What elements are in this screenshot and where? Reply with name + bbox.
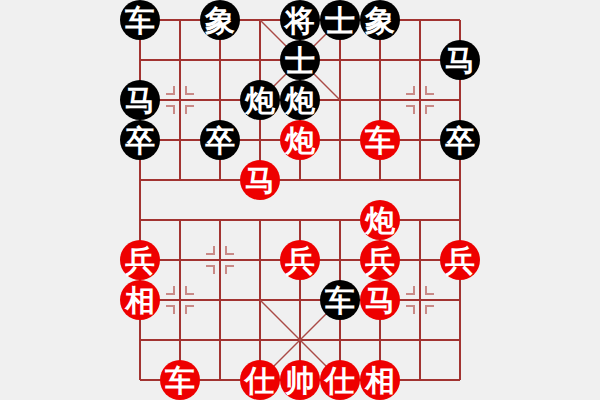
marker-corner	[425, 286, 434, 295]
marker-corner	[206, 246, 215, 255]
marker-corner	[166, 286, 175, 295]
piece-layer: 车象将士象士马马炮炮卒卒炮车卒马炮兵兵兵兵相车马车仕帅仕相	[120, 0, 480, 400]
marker-corner	[185, 105, 194, 114]
piece-black-elephant[interactable]: 象	[200, 0, 240, 40]
piece-black-chariot[interactable]: 车	[120, 0, 160, 40]
piece-red-soldier[interactable]: 兵	[280, 240, 320, 280]
marker-corner	[406, 105, 415, 114]
piece-red-horse[interactable]: 马	[240, 160, 280, 200]
piece-black-soldier[interactable]: 卒	[440, 120, 480, 160]
piece-red-chariot[interactable]: 车	[360, 120, 400, 160]
piece-black-general[interactable]: 将	[280, 0, 320, 40]
piece-red-advisor[interactable]: 仕	[320, 360, 360, 400]
marker-corner	[166, 305, 175, 314]
piece-red-chariot[interactable]: 车	[160, 360, 200, 400]
piece-black-advisor[interactable]: 士	[320, 0, 360, 40]
piece-red-advisor[interactable]: 仕	[240, 360, 280, 400]
point-marker	[206, 246, 234, 274]
marker-corner	[425, 86, 434, 95]
piece-black-elephant[interactable]: 象	[360, 0, 400, 40]
marker-corner	[425, 305, 434, 314]
marker-corner	[166, 86, 175, 95]
piece-black-advisor[interactable]: 士	[280, 40, 320, 80]
marker-corner	[185, 86, 194, 95]
marker-corner	[185, 286, 194, 295]
marker-corner	[406, 286, 415, 295]
piece-red-elephant[interactable]: 相	[360, 360, 400, 400]
point-marker	[166, 86, 194, 114]
piece-black-cannon[interactable]: 炮	[280, 80, 320, 120]
marker-corner	[406, 86, 415, 95]
piece-black-cannon[interactable]: 炮	[240, 80, 280, 120]
xiangqi-board: 车象将士象士马马炮炮卒卒炮车卒马炮兵兵兵兵相车马车仕帅仕相	[0, 0, 600, 400]
piece-black-horse[interactable]: 马	[440, 40, 480, 80]
piece-red-cannon[interactable]: 炮	[280, 120, 320, 160]
piece-black-soldier[interactable]: 卒	[200, 120, 240, 160]
piece-black-chariot[interactable]: 车	[320, 280, 360, 320]
point-marker	[406, 286, 434, 314]
piece-red-elephant[interactable]: 相	[120, 280, 160, 320]
piece-red-soldier[interactable]: 兵	[120, 240, 160, 280]
piece-red-soldier[interactable]: 兵	[360, 240, 400, 280]
marker-corner	[406, 305, 415, 314]
marker-corner	[166, 105, 175, 114]
piece-red-general[interactable]: 帅	[280, 360, 320, 400]
marker-corner	[225, 246, 234, 255]
marker-corner	[206, 265, 215, 274]
piece-red-cannon[interactable]: 炮	[360, 200, 400, 240]
point-marker	[406, 86, 434, 114]
piece-red-horse[interactable]: 马	[360, 280, 400, 320]
piece-black-soldier[interactable]: 卒	[120, 120, 160, 160]
marker-corner	[185, 305, 194, 314]
marker-corner	[225, 265, 234, 274]
marker-corner	[425, 105, 434, 114]
point-marker	[166, 286, 194, 314]
piece-black-horse[interactable]: 马	[120, 80, 160, 120]
piece-red-soldier[interactable]: 兵	[440, 240, 480, 280]
